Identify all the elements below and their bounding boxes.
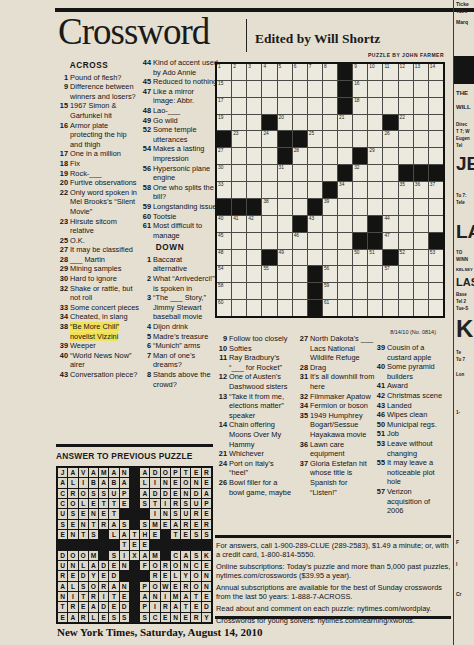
grid-cell: 49 <box>278 250 292 266</box>
clue-list-header: DOWN <box>140 243 200 253</box>
answer-letter-cell: E <box>89 499 98 508</box>
clue-number: 9 <box>57 82 68 92</box>
answer-letter-cell: A <box>99 478 108 487</box>
cell-number: 37 <box>430 182 435 188</box>
cell-number: 38 <box>263 199 268 205</box>
clue-text: Only word spoken in Mel Brooks’s “Silent… <box>70 188 137 216</box>
grid-cell <box>262 283 276 299</box>
answer-letter-cell: A <box>140 551 149 560</box>
grid-cell <box>429 283 443 299</box>
answer-letter-cell: E <box>120 592 129 601</box>
clue-number: 56 <box>140 164 151 174</box>
clue: 45Reduced to nothing <box>140 77 218 87</box>
grid-cell: 57 <box>383 266 397 282</box>
clue: 52Some temple utterances <box>140 125 218 144</box>
cell-number: 29 <box>369 148 374 154</box>
answer-letter-cell: N <box>68 561 77 570</box>
cell-number: 53 <box>430 250 435 256</box>
answer-letter-cell: L <box>68 582 77 591</box>
answer-letter-cell: N <box>120 561 129 570</box>
answer-letter-cell: T <box>79 530 88 539</box>
answer-letter-cell: A <box>181 592 190 601</box>
grid-cell <box>278 182 292 198</box>
clue-number: 51 <box>374 429 385 439</box>
clue: 9Follow too closely <box>216 334 292 344</box>
grid-cell <box>293 165 307 181</box>
clue-number: 29 <box>57 264 68 274</box>
clue: 44Kind of accent used by Ado Annie <box>140 58 218 77</box>
grid-cell <box>293 98 307 114</box>
grid-cell <box>232 98 246 114</box>
cell-number: 32 <box>354 165 359 171</box>
clue-text: Weeper <box>70 341 96 350</box>
answer-letter-cell: S <box>140 613 149 622</box>
grid-cell: 2 <box>232 64 246 80</box>
margin-fragment: Tel 2 <box>454 299 474 304</box>
clue: 17One in a million <box>57 149 139 159</box>
grid-block <box>338 98 352 114</box>
grid-cell <box>247 233 261 249</box>
clue-text: Armor plate protecting the hip and thigh <box>70 121 127 149</box>
grid-cell <box>293 300 307 316</box>
grid-cell <box>247 98 261 114</box>
clue-text: Pound of flesh? <box>70 73 121 82</box>
cell-number: 40 <box>218 216 223 222</box>
answer-letter-cell: P <box>140 602 149 611</box>
grid-cell <box>247 148 261 164</box>
margin-fragment: LA <box>454 221 474 243</box>
answer-letter-cell: E <box>68 571 77 580</box>
clue-text: North Dakota’s ___ Lacs National Wildlif… <box>310 334 373 362</box>
cell-number: 12 <box>400 64 405 70</box>
footer-line: For answers, call 1-900-289-CLUE (289-25… <box>216 541 451 559</box>
cell-number: 56 <box>324 266 329 272</box>
answer-letter-cell: R <box>171 499 180 508</box>
grid-cell <box>247 250 261 266</box>
clue-text: Conversation piece? <box>70 370 137 379</box>
clue: 26Bowl filler for a bowl game, maybe <box>216 478 292 497</box>
clue-text: Dijon drink <box>153 322 188 331</box>
cell-number: 41 <box>233 216 238 222</box>
clue-number: 1 <box>140 255 151 265</box>
answer-letter-cell: E <box>140 540 149 549</box>
answer-letter-cell: D <box>58 551 67 560</box>
clue-text: Leave without changing <box>387 439 433 458</box>
answer-letter-cell: N <box>89 509 98 518</box>
clue: 20Furtive observations <box>57 178 139 188</box>
grid-cell: 38 <box>262 199 276 215</box>
answer-letter-cell: M <box>150 551 159 560</box>
cell-number: 10 <box>369 64 374 70</box>
answer-block <box>130 571 139 580</box>
grid-cell: 30 <box>217 165 231 181</box>
clue: 34Fermion or boson <box>297 401 375 411</box>
answer-letter-cell: I <box>161 592 170 601</box>
clue-text: 1967 Simon & Garfunkel hit <box>70 101 116 120</box>
answer-letter-cell: M <box>89 551 98 560</box>
grid-block <box>217 199 231 215</box>
grid-cell <box>293 115 307 131</box>
answer-letter-cell: S <box>58 520 67 529</box>
grid-cell <box>399 131 413 147</box>
answer-letter-cell: T <box>109 592 118 601</box>
clue: 1Baccarat alternative <box>140 255 218 274</box>
answer-letter-cell: T <box>99 499 108 508</box>
answer-letter-cell: O <box>68 499 77 508</box>
grid-cell: 51 <box>368 250 382 266</box>
answer-letter-cell: E <box>150 530 159 539</box>
grid-cell <box>247 283 261 299</box>
adjacent-column-fragments: TickeTuesMarqTHEWILLDirecT 7; WEugenTelJ… <box>453 0 474 645</box>
clue: 53Leave without changing <box>374 439 446 458</box>
answer-letter-cell: U <box>191 499 200 508</box>
grid-block <box>293 131 307 147</box>
answer-letter-cell: A <box>68 468 77 477</box>
clue-number: 25 <box>57 236 68 246</box>
clue-text: “Munich” arms <box>153 341 200 350</box>
cell-number: 35 <box>400 182 405 188</box>
cell-number: 9 <box>354 64 357 70</box>
grid-cell <box>262 148 276 164</box>
grid-block <box>278 148 292 164</box>
answer-letter-cell: E <box>99 613 108 622</box>
clue-text: It may leave a noticeable plot hole <box>387 458 435 486</box>
answer-letter-cell: E <box>79 509 88 518</box>
answer-letter-cell: T <box>150 499 159 508</box>
crossword-grid: 1234567891011121314151617181920212223242… <box>215 62 445 318</box>
grid-cell <box>278 233 292 249</box>
answer-letter-cell: D <box>99 602 108 611</box>
clue: 46Wipes clean <box>374 410 446 420</box>
answer-block <box>130 592 139 601</box>
clue: 31It’s all downhill from here <box>297 372 375 391</box>
answer-letter-cell: T <box>181 468 190 477</box>
clue: 24Port on Italy’s “heel” <box>216 459 292 478</box>
clue-text: Shake or rattle, but not roll <box>70 284 132 303</box>
answer-block <box>161 530 170 539</box>
answer-letter-cell: T <box>58 602 67 611</box>
margin-fragment: Tele <box>454 200 474 205</box>
cell-number: 44 <box>384 216 389 222</box>
answer-letter-cell: A <box>109 468 118 477</box>
grid-cell <box>232 250 246 266</box>
grid-cell: 39 <box>323 199 337 215</box>
answer-letter-cell: R <box>89 592 98 601</box>
clue: 43Conversation piece? <box>57 370 139 380</box>
answer-letter-cell: K <box>202 551 211 560</box>
grid-cell <box>368 98 382 114</box>
answer-block <box>120 509 129 518</box>
answer-letter-cell: L <box>68 478 77 487</box>
clue-text: Softies <box>229 344 252 353</box>
answer-letter-cell: E <box>171 489 180 498</box>
answer-block <box>120 571 129 580</box>
grid-cell <box>353 300 367 316</box>
grid-cell: 21 <box>338 115 352 131</box>
cell-number: 36 <box>415 182 420 188</box>
grid-cell <box>414 216 428 232</box>
grid-cell <box>247 182 261 198</box>
cell-number: 31 <box>279 165 284 171</box>
answer-letter-cell: R <box>181 520 190 529</box>
answer-block <box>140 571 149 580</box>
grid-cell <box>353 199 367 215</box>
grid-cell <box>278 266 292 282</box>
clue: 61Most difficult to manage <box>140 221 218 240</box>
cell-number: 13 <box>415 64 420 70</box>
grid-cell: 50 <box>353 250 367 266</box>
grid-cell: 6 <box>293 64 307 80</box>
answer-letter-cell: F <box>140 561 149 570</box>
grid-cell <box>323 98 337 114</box>
grid-cell: 9 <box>353 64 367 80</box>
cell-number: 52 <box>400 250 405 256</box>
cell-number: 23 <box>233 131 238 137</box>
clue-number: 48 <box>140 106 151 116</box>
grid-cell: 56 <box>323 266 337 282</box>
clue-number: 42 <box>374 391 385 401</box>
grid-cell <box>414 81 428 97</box>
margin-fragment: Tu 7 <box>454 357 474 362</box>
answer-letter-cell: N <box>120 468 129 477</box>
grid-cell: 59 <box>323 283 337 299</box>
answer-block <box>130 468 139 477</box>
answer-block <box>99 551 108 560</box>
margin-fragment: Tu 7: <box>454 193 474 198</box>
clue: 23Hirsute sitcom relative <box>57 217 139 236</box>
answer-letter-cell: V <box>79 468 88 477</box>
clue-text: Man of one’s dreams? <box>153 351 195 370</box>
answer-letter-cell: A <box>140 468 149 477</box>
clue-text: Some pyramid builders <box>387 362 435 381</box>
clue-text: Whichever <box>229 449 264 458</box>
grid-cell <box>429 98 443 114</box>
clue-text: Chain offering Moons Over My Hammy <box>229 420 281 448</box>
grid-cell <box>353 266 367 282</box>
grid-cell <box>338 148 352 164</box>
cell-number: 27 <box>218 148 223 154</box>
grid-cell <box>399 266 413 282</box>
grid-cell: 14 <box>429 64 443 80</box>
clue: 59Longstanding issue <box>140 202 218 212</box>
answer-letter-cell: N <box>68 530 77 539</box>
grid-cell <box>262 216 276 232</box>
answer-letter-cell: N <box>161 478 170 487</box>
clue-text: “Be More Chill” novelist Vizzini <box>70 322 119 341</box>
grid-cell <box>278 199 292 215</box>
clue: 29Mining samples <box>57 264 139 274</box>
clue: 16Armor plate protecting the hip and thi… <box>57 121 139 150</box>
answer-block <box>161 540 170 549</box>
answer-letter-cell: R <box>161 602 170 611</box>
grid-cell: 17 <box>217 98 231 114</box>
date-annotation: New York Times, Saturday, August 14, 201… <box>57 626 262 638</box>
cell-number: 2 <box>233 64 236 70</box>
grid-cell: 61 <box>323 300 337 316</box>
answer-letter-cell: L <box>89 613 98 622</box>
grid-cell <box>308 81 322 97</box>
answer-letter-cell: E <box>99 571 108 580</box>
grid-block <box>323 182 337 198</box>
grid-cell <box>414 250 428 266</box>
clue: 58One who splits the bill? <box>140 183 218 202</box>
clue: 56Hypersonic plane engine <box>140 164 218 183</box>
grid-cell <box>383 283 397 299</box>
answer-letter-cell: E <box>120 499 129 508</box>
grid-cell: 41 <box>232 216 246 232</box>
answer-letter-cell: I <box>150 478 159 487</box>
cell-number: 17 <box>218 98 223 104</box>
answer-letter-cell: C <box>58 499 67 508</box>
clue-number: 16 <box>57 121 68 131</box>
grid-block <box>368 233 382 249</box>
cell-number: 19 <box>218 115 223 121</box>
clue: 13“Take it from me, elections matter” sp… <box>216 392 292 421</box>
clue-number: 5 <box>140 332 151 342</box>
grid-cell <box>383 148 397 164</box>
clue: 12One of Austen’s Dashwood sisters <box>216 372 292 391</box>
grid-cell: 54 <box>217 266 231 282</box>
grid-cell: 12 <box>399 64 413 80</box>
puzzle-byline: PUZZLE BY JOHN FARMER <box>330 52 444 58</box>
clue: 28___ Martin <box>57 255 139 265</box>
answer-letter-cell: A <box>109 520 118 529</box>
answer-block <box>58 540 67 549</box>
cell-number: 43 <box>309 216 314 222</box>
grid-cell <box>429 81 443 97</box>
clue-number: 32 <box>57 284 68 294</box>
grid-cell <box>232 182 246 198</box>
answer-letter-cell: A <box>58 478 67 487</box>
clue-number: 1 <box>57 73 68 83</box>
footer-bottom-rule <box>215 616 451 619</box>
grid-cell <box>247 300 261 316</box>
cell-number: 8 <box>324 64 327 70</box>
clue: 11Ray Bradbury’s “___ for Rocket” <box>216 353 292 372</box>
cell-number: 55 <box>263 266 268 272</box>
margin-fragment: Ticke <box>454 2 474 8</box>
grid-block <box>353 233 367 249</box>
clue-text: O.K. <box>70 236 85 245</box>
grid-block <box>429 233 443 249</box>
grid-cell <box>308 182 322 198</box>
footer-top-rule <box>215 535 451 538</box>
cell-number: 39 <box>324 199 329 205</box>
answer-letter-cell: R <box>202 468 211 477</box>
clue-number: 34 <box>57 312 68 322</box>
grid-cell <box>383 300 397 316</box>
grid-cell: 11 <box>383 64 397 80</box>
clue-number: 43 <box>57 370 68 380</box>
answer-letter-cell: A <box>120 530 129 539</box>
answer-letter-cell: O <box>89 582 98 591</box>
grid-cell <box>414 283 428 299</box>
margin-fragment: THE <box>454 90 474 97</box>
clue: 33Some concert pieces <box>57 303 139 313</box>
answer-letter-cell: E <box>79 602 88 611</box>
answer-letter-cell: B <box>109 478 118 487</box>
grid-cell: 47 <box>383 233 397 249</box>
grid-cell: 31 <box>278 165 292 181</box>
answer-letter-cell: T <box>130 530 139 539</box>
answer-letter-cell: P <box>120 489 129 498</box>
margin-fragment: I <box>454 562 474 568</box>
clue-text: Gloria Estefan hit whose title is Spanis… <box>310 459 367 497</box>
grid-cell <box>338 250 352 266</box>
answer-letter-cell: N <box>202 582 211 591</box>
grid-cell <box>353 182 367 198</box>
grid-cell <box>414 131 428 147</box>
answer-letter-cell: A <box>89 602 98 611</box>
clue-number: 53 <box>374 439 385 449</box>
grid-cell <box>399 98 413 114</box>
answer-letter-cell: O <box>79 551 88 560</box>
grid-cell <box>293 182 307 198</box>
clue: 5Madre’s treasure <box>140 332 218 342</box>
clue: 28Drag <box>297 363 375 373</box>
answer-letter-cell: S <box>79 582 88 591</box>
clue: 41Award <box>374 381 446 391</box>
clue-text: Hard to ignore <box>70 274 117 283</box>
answer-letter-cell: S <box>171 509 180 518</box>
grid-cell: 13 <box>414 64 428 80</box>
grid-cell <box>429 266 443 282</box>
grid-cell <box>323 216 337 232</box>
clue-number: 59 <box>140 202 151 212</box>
grid-cell <box>308 233 322 249</box>
answer-letter-cell: R <box>191 613 200 622</box>
clue: 21Whichever <box>216 449 292 459</box>
clue-number: 50 <box>374 420 385 430</box>
answer-letter-cell: L <box>171 571 180 580</box>
cell-number: 57 <box>384 266 389 272</box>
answer-letter-cell: D <box>150 468 159 477</box>
grid-cell <box>323 81 337 97</box>
grid-cell <box>323 165 337 181</box>
clue: 36Lawn care equipment <box>297 440 375 459</box>
answer-block <box>130 602 139 611</box>
clue: 38“Be More Chill” novelist Vizzini <box>57 322 139 341</box>
footer-info-block: For answers, call 1-900-289-CLUE (289-25… <box>216 541 451 628</box>
grid-cell: 16 <box>353 81 367 97</box>
grid-cell <box>338 199 352 215</box>
margin-fragment: Tel <box>454 143 474 148</box>
margin-fragment: KELSEY <box>454 268 474 273</box>
answer-letter-cell: A <box>109 582 118 591</box>
grid-block <box>368 216 382 232</box>
clue-number: 7 <box>140 351 151 361</box>
answer-letter-cell: I <box>120 551 129 560</box>
answer-block <box>130 613 139 622</box>
clue-number: 43 <box>374 401 385 411</box>
margin-fragment: T 7; W <box>454 129 474 134</box>
grid-cell: 53 <box>429 250 443 266</box>
answer-letter-cell: E <box>58 613 67 622</box>
grid-cell: 34 <box>338 182 352 198</box>
answer-letter-cell: Y <box>181 571 190 580</box>
grid-cell <box>399 216 413 232</box>
ad-black-box <box>454 56 474 84</box>
clue-text: Verizon acquisition of 2006 <box>387 487 430 515</box>
clue-text: What “Arrivederci!” is spoken in <box>153 274 215 293</box>
clue-number: 21 <box>216 449 227 459</box>
clue-text: Most difficult to manage <box>153 221 202 240</box>
grid-cell <box>414 233 428 249</box>
grid-cell <box>383 199 397 215</box>
clue-text: Wipes clean <box>387 410 427 419</box>
answer-letter-cell: D <box>79 571 88 580</box>
grid-cell <box>323 131 337 147</box>
